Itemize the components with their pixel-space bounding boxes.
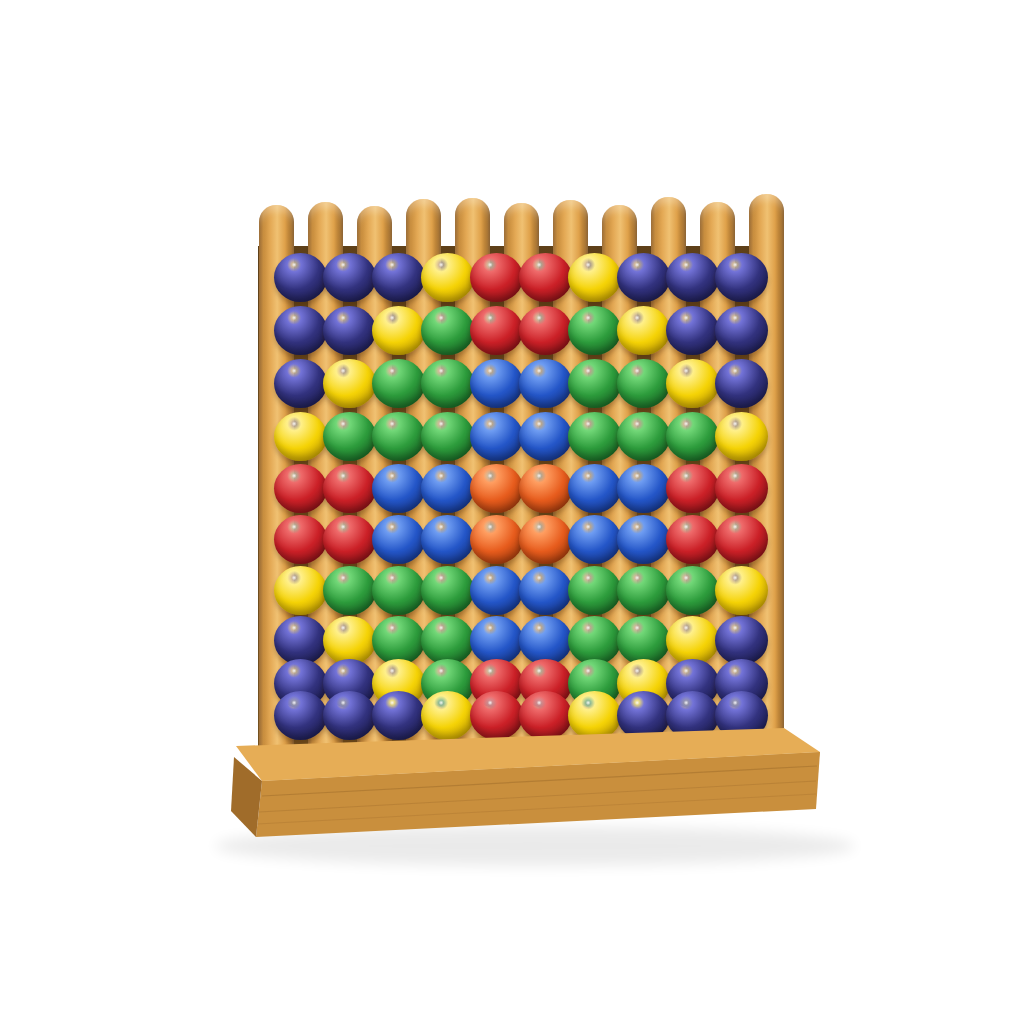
bead-board-scene: [0, 0, 1024, 1024]
wooden-base: [0, 0, 1024, 1024]
